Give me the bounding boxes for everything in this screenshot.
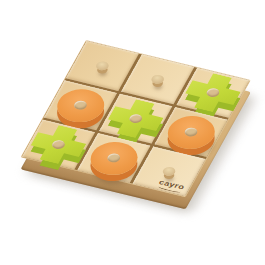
empty-peg	[150, 74, 166, 85]
peg-cap	[72, 100, 88, 111]
empty-peg	[94, 60, 110, 71]
peg-cap	[183, 126, 199, 137]
o-piece[interactable]	[50, 84, 111, 126]
product-photo: cayro	[0, 0, 265, 265]
empty-peg	[161, 166, 177, 177]
peg-cap	[106, 152, 122, 163]
o-piece[interactable]	[83, 137, 144, 179]
o-piece[interactable]	[161, 111, 222, 153]
